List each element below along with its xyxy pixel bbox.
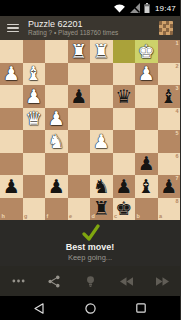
file-label: c [114, 214, 117, 220]
square-b6[interactable]: ♟ [135, 153, 158, 176]
square-h3[interactable] [0, 85, 23, 108]
square-e6[interactable] [68, 153, 91, 176]
rewind-icon [120, 277, 133, 286]
rank-label: 6 [175, 154, 178, 160]
square-d1[interactable]: ♜ [90, 40, 113, 63]
square-c2[interactable] [113, 63, 136, 86]
rank-label: 4 [175, 109, 178, 115]
white-pawn[interactable]: ♟ [48, 109, 65, 128]
checkmark-icon [80, 224, 101, 241]
black-pawn[interactable]: ♟ [48, 177, 65, 196]
black-pawn[interactable]: ♟ [138, 154, 155, 173]
square-g7[interactable] [23, 175, 46, 198]
square-b8[interactable]: b [135, 198, 158, 221]
lightbulb-icon [85, 275, 96, 288]
square-c6[interactable] [113, 153, 136, 176]
rank-label: 5 [175, 131, 178, 137]
fast-forward-icon [156, 277, 169, 286]
square-e5[interactable] [68, 130, 91, 153]
battery-icon [144, 3, 150, 13]
square-h1[interactable] [0, 40, 23, 63]
square-h6[interactable] [0, 153, 23, 176]
puzzle-subtitle: Rating ? • Played 118760 times [28, 29, 150, 36]
square-b5[interactable] [135, 130, 158, 153]
square-a2[interactable]: 2 [158, 63, 181, 86]
white-king[interactable]: ♚ [138, 42, 155, 61]
file-label: b [137, 214, 140, 220]
android-home-button[interactable] [83, 301, 98, 316]
square-f7[interactable]: ♟ [45, 175, 68, 198]
square-a3[interactable]: ♝3 [158, 85, 181, 108]
black-pawn[interactable]: ♟ [70, 87, 87, 106]
white-pawn[interactable]: ♟ [3, 64, 20, 83]
clock-time: 19:47 [155, 4, 176, 13]
square-d2[interactable] [90, 63, 113, 86]
square-g2[interactable]: ♝ [23, 63, 46, 86]
square-f2[interactable] [45, 63, 68, 86]
square-a1[interactable]: 1 [158, 40, 181, 63]
square-a4[interactable]: 4 [158, 108, 181, 131]
square-c5[interactable] [113, 130, 136, 153]
square-h8[interactable]: h [0, 198, 23, 221]
white-rook[interactable]: ♜ [93, 42, 110, 61]
ellipsis-icon [12, 279, 25, 283]
square-b1[interactable]: ♚ [135, 40, 158, 63]
square-g5[interactable] [23, 130, 46, 153]
black-king[interactable]: ♚ [115, 199, 132, 218]
rank-label: 1 [175, 41, 178, 47]
square-f1[interactable] [45, 40, 68, 63]
black-bishop[interactable]: ♝ [138, 177, 155, 196]
square-b2[interactable]: ♟ [135, 63, 158, 86]
square-a8[interactable]: 8a [158, 198, 181, 221]
hint-button[interactable] [72, 266, 108, 296]
menu-hamburger-icon[interactable] [7, 24, 19, 33]
puzzle-toolbar [0, 266, 180, 296]
square-g3[interactable]: ♟ [23, 85, 46, 108]
square-e7[interactable] [68, 175, 91, 198]
android-back-button[interactable] [32, 301, 46, 316]
mini-chessboard-icon[interactable] [159, 21, 173, 35]
square-d6[interactable] [90, 153, 113, 176]
rank-label: 2 [175, 64, 178, 70]
white-knight[interactable]: ♞ [48, 132, 65, 151]
square-c3[interactable]: ♛ [113, 85, 136, 108]
file-label: d [92, 214, 95, 220]
square-h4[interactable] [0, 108, 23, 131]
file-label: e [69, 214, 72, 220]
wifi-icon [113, 3, 126, 13]
square-h5[interactable] [0, 130, 23, 153]
status-bar: 19:47 [0, 0, 180, 16]
square-e2[interactable] [68, 63, 91, 86]
rank-label: 8 [175, 199, 178, 205]
more-button[interactable] [0, 266, 36, 296]
white-rook[interactable]: ♜ [70, 42, 87, 61]
app-header: Puzzle 62201 Rating ? • Played 118760 ti… [0, 16, 180, 40]
rank-label: 3 [175, 86, 178, 92]
black-pawn[interactable]: ♟ [115, 177, 132, 196]
square-f5[interactable]: ♞ [45, 130, 68, 153]
square-d5[interactable]: ♟ [90, 130, 113, 153]
feedback-title: Best move! [66, 242, 115, 252]
android-recents-button[interactable] [134, 301, 148, 315]
rank-label: 7 [175, 176, 178, 182]
black-queen[interactable]: ♛ [115, 87, 132, 106]
square-b3[interactable] [135, 85, 158, 108]
square-e8[interactable]: e [68, 198, 91, 221]
square-a5[interactable]: 5 [158, 130, 181, 153]
feedback-panel: Best move! Keep going... [0, 220, 180, 266]
square-g4[interactable]: ♛ [23, 108, 46, 131]
square-b7[interactable]: ♝ [135, 175, 158, 198]
white-queen[interactable]: ♛ [25, 109, 42, 128]
feedback-subtitle: Keep going... [68, 253, 112, 262]
square-f6[interactable] [45, 153, 68, 176]
white-bishop[interactable]: ♝ [25, 64, 42, 83]
recents-square-icon [136, 303, 146, 313]
square-h2[interactable]: ♟ [0, 63, 23, 86]
file-label: a [159, 214, 162, 220]
square-c1[interactable] [113, 40, 136, 63]
white-pawn[interactable]: ♟ [138, 64, 155, 83]
square-c7[interactable]: ♟ [113, 175, 136, 198]
android-nav-bar [0, 296, 180, 320]
square-a6[interactable]: 6 [158, 153, 181, 176]
black-rook[interactable]: ♜ [93, 199, 110, 218]
white-pawn[interactable]: ♟ [93, 132, 110, 151]
share-button[interactable] [36, 266, 72, 296]
square-d3[interactable] [90, 85, 113, 108]
header-titles: Puzzle 62201 Rating ? • Played 118760 ti… [28, 19, 150, 37]
square-c8[interactable]: ♚c [113, 198, 136, 221]
black-knight[interactable]: ♞ [93, 177, 110, 196]
square-g8[interactable]: g [23, 198, 46, 221]
square-h7[interactable]: ♟ [0, 175, 23, 198]
back-triangle-icon [34, 303, 44, 314]
square-e3[interactable]: ♟ [68, 85, 91, 108]
square-d8[interactable]: ♜d [90, 198, 113, 221]
file-label: h [2, 214, 5, 220]
chess-board[interactable]: ♜♜♚1♟♝♟2♟♟♛♝3♛♟4♞♟5♟6♟♟♞♟♝♟7hgfe♜d♚cb8a [0, 40, 180, 220]
share-icon [48, 275, 60, 288]
square-b4[interactable] [135, 108, 158, 131]
move-forward-button[interactable] [144, 266, 180, 296]
square-f3[interactable] [45, 85, 68, 108]
square-d7[interactable]: ♞ [90, 175, 113, 198]
square-c4[interactable] [113, 108, 136, 131]
square-f8[interactable]: f [45, 198, 68, 221]
square-e4[interactable] [68, 108, 91, 131]
move-back-button[interactable] [108, 266, 144, 296]
page-title: Puzzle 62201 [28, 19, 150, 29]
square-e1[interactable]: ♜ [68, 40, 91, 63]
home-circle-icon [85, 303, 96, 314]
black-pawn[interactable]: ♟ [3, 177, 20, 196]
file-label: g [24, 214, 27, 220]
white-pawn[interactable]: ♟ [25, 87, 42, 106]
square-g6[interactable] [23, 153, 46, 176]
file-label: f [47, 214, 49, 220]
cellular-off-icon [130, 3, 140, 13]
square-d4[interactable] [90, 108, 113, 131]
square-a7[interactable]: ♟7 [158, 175, 181, 198]
square-g1[interactable] [23, 40, 46, 63]
square-f4[interactable]: ♟ [45, 108, 68, 131]
